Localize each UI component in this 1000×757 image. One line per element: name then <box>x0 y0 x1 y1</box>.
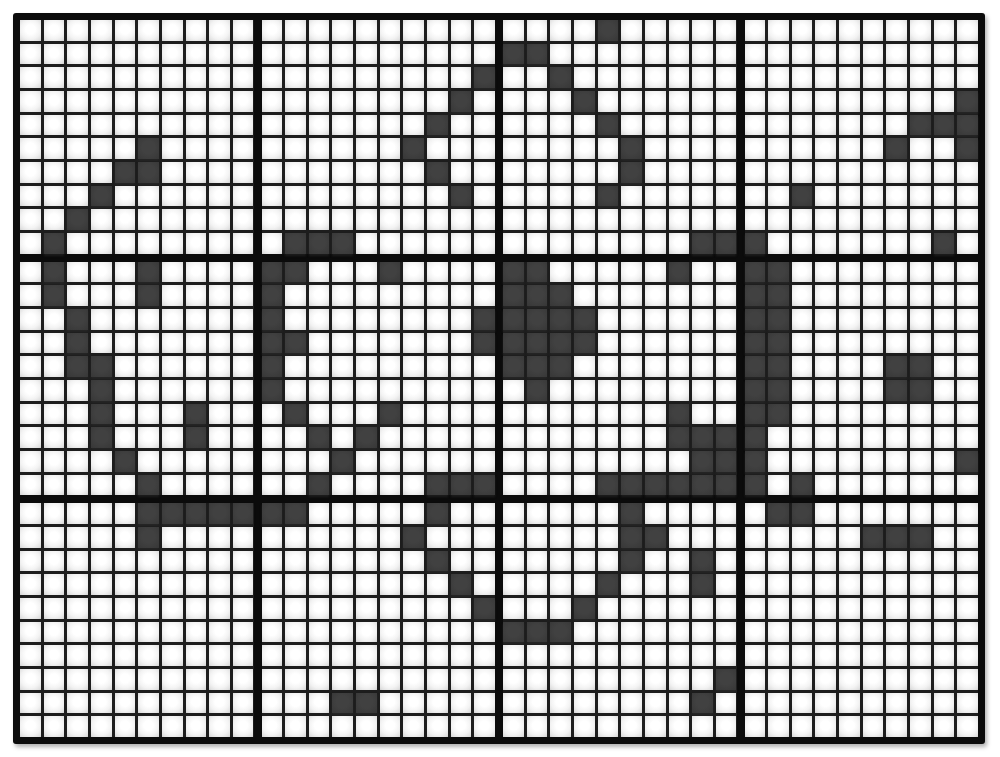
empty-cell <box>934 574 955 595</box>
empty-cell <box>356 404 377 425</box>
empty-cell <box>474 527 495 548</box>
empty-cell <box>839 451 860 472</box>
grid-block-r2c2 <box>503 503 737 737</box>
empty-cell <box>285 162 306 183</box>
empty-cell <box>356 91 377 112</box>
empty-cell <box>427 333 448 354</box>
filled-cell <box>745 451 766 472</box>
empty-cell <box>910 91 931 112</box>
empty-cell <box>598 285 619 306</box>
empty-cell <box>262 693 283 714</box>
empty-cell <box>44 20 65 41</box>
empty-cell <box>162 622 183 643</box>
empty-cell <box>503 645 524 666</box>
empty-cell <box>716 262 737 283</box>
empty-cell <box>186 380 207 401</box>
empty-cell <box>503 209 524 230</box>
empty-cell <box>332 716 353 737</box>
empty-cell <box>621 115 642 136</box>
empty-cell <box>745 91 766 112</box>
empty-cell <box>262 162 283 183</box>
empty-cell <box>815 186 836 207</box>
empty-cell <box>574 356 595 377</box>
empty-cell <box>645 285 666 306</box>
filled-cell <box>186 503 207 524</box>
empty-cell <box>550 693 571 714</box>
empty-cell <box>380 285 401 306</box>
empty-cell <box>309 115 330 136</box>
empty-cell <box>550 451 571 472</box>
empty-cell <box>863 503 884 524</box>
empty-cell <box>550 551 571 572</box>
empty-cell <box>91 574 112 595</box>
empty-cell <box>957 693 978 714</box>
empty-cell <box>669 186 690 207</box>
empty-cell <box>669 138 690 159</box>
empty-cell <box>839 20 860 41</box>
empty-cell <box>380 551 401 572</box>
empty-cell <box>574 380 595 401</box>
empty-cell <box>20 669 41 690</box>
empty-cell <box>309 67 330 88</box>
empty-cell <box>669 503 690 524</box>
empty-cell <box>20 285 41 306</box>
empty-cell <box>209 233 230 254</box>
empty-cell <box>839 262 860 283</box>
empty-cell <box>285 551 306 572</box>
filled-cell <box>692 551 713 572</box>
filled-cell <box>792 475 813 496</box>
filled-cell <box>503 356 524 377</box>
empty-cell <box>451 551 472 572</box>
filled-cell <box>716 475 737 496</box>
filled-cell <box>527 309 548 330</box>
empty-cell <box>957 162 978 183</box>
empty-cell <box>427 285 448 306</box>
empty-cell <box>427 186 448 207</box>
filled-cell <box>356 693 377 714</box>
filled-cell <box>285 333 306 354</box>
empty-cell <box>574 404 595 425</box>
empty-cell <box>451 380 472 401</box>
empty-cell <box>209 356 230 377</box>
empty-cell <box>792 91 813 112</box>
empty-cell <box>527 574 548 595</box>
empty-cell <box>262 233 283 254</box>
empty-cell <box>886 333 907 354</box>
empty-cell <box>863 44 884 65</box>
empty-cell <box>67 527 88 548</box>
empty-cell <box>67 44 88 65</box>
empty-cell <box>621 20 642 41</box>
empty-cell <box>550 475 571 496</box>
empty-cell <box>957 716 978 737</box>
empty-cell <box>20 551 41 572</box>
empty-cell <box>550 20 571 41</box>
empty-cell <box>91 309 112 330</box>
empty-cell <box>138 427 159 448</box>
empty-cell <box>863 427 884 448</box>
empty-cell <box>645 233 666 254</box>
empty-cell <box>527 404 548 425</box>
empty-cell <box>745 574 766 595</box>
empty-cell <box>332 162 353 183</box>
empty-cell <box>162 20 183 41</box>
empty-cell <box>792 380 813 401</box>
empty-cell <box>574 209 595 230</box>
empty-cell <box>356 645 377 666</box>
empty-cell <box>645 162 666 183</box>
empty-cell <box>115 138 136 159</box>
empty-cell <box>380 44 401 65</box>
empty-cell <box>233 716 254 737</box>
empty-cell <box>67 404 88 425</box>
empty-cell <box>138 44 159 65</box>
empty-cell <box>233 262 254 283</box>
empty-cell <box>957 503 978 524</box>
empty-cell <box>138 451 159 472</box>
empty-cell <box>262 67 283 88</box>
empty-cell <box>403 551 424 572</box>
empty-cell <box>839 115 860 136</box>
empty-cell <box>574 503 595 524</box>
empty-cell <box>934 285 955 306</box>
empty-cell <box>91 503 112 524</box>
empty-cell <box>332 356 353 377</box>
empty-cell <box>574 475 595 496</box>
empty-cell <box>910 233 931 254</box>
empty-cell <box>91 262 112 283</box>
grid-block-r0c0 <box>20 20 254 254</box>
filled-cell <box>768 503 789 524</box>
empty-cell <box>309 44 330 65</box>
empty-cell <box>285 451 306 472</box>
empty-cell <box>527 527 548 548</box>
empty-cell <box>285 309 306 330</box>
empty-cell <box>20 115 41 136</box>
empty-cell <box>356 138 377 159</box>
empty-cell <box>309 20 330 41</box>
filled-cell <box>527 333 548 354</box>
empty-cell <box>356 285 377 306</box>
empty-cell <box>115 380 136 401</box>
empty-cell <box>839 91 860 112</box>
empty-cell <box>356 598 377 619</box>
empty-cell <box>839 285 860 306</box>
filled-cell <box>451 186 472 207</box>
empty-cell <box>527 598 548 619</box>
empty-cell <box>380 138 401 159</box>
empty-cell <box>474 285 495 306</box>
empty-cell <box>356 20 377 41</box>
empty-cell <box>380 693 401 714</box>
grid-block-r1c0 <box>20 262 254 496</box>
empty-cell <box>209 20 230 41</box>
empty-cell <box>380 669 401 690</box>
empty-cell <box>309 669 330 690</box>
empty-cell <box>233 693 254 714</box>
empty-cell <box>427 356 448 377</box>
empty-cell <box>162 404 183 425</box>
empty-cell <box>669 44 690 65</box>
empty-cell <box>186 138 207 159</box>
filled-cell <box>768 380 789 401</box>
empty-cell <box>262 574 283 595</box>
empty-cell <box>44 91 65 112</box>
empty-cell <box>692 716 713 737</box>
filled-cell <box>527 380 548 401</box>
empty-cell <box>716 115 737 136</box>
empty-cell <box>792 451 813 472</box>
empty-cell <box>839 380 860 401</box>
empty-cell <box>934 669 955 690</box>
empty-cell <box>44 209 65 230</box>
empty-cell <box>934 44 955 65</box>
empty-cell <box>403 285 424 306</box>
empty-cell <box>233 551 254 572</box>
empty-cell <box>186 20 207 41</box>
empty-cell <box>91 622 112 643</box>
empty-cell <box>332 91 353 112</box>
empty-cell <box>233 645 254 666</box>
empty-cell <box>380 209 401 230</box>
empty-cell <box>669 333 690 354</box>
empty-cell <box>792 356 813 377</box>
filled-cell <box>745 262 766 283</box>
empty-cell <box>451 262 472 283</box>
empty-cell <box>474 138 495 159</box>
empty-cell <box>138 645 159 666</box>
empty-cell <box>44 669 65 690</box>
empty-cell <box>910 186 931 207</box>
empty-cell <box>957 262 978 283</box>
empty-cell <box>332 285 353 306</box>
empty-cell <box>669 356 690 377</box>
empty-cell <box>621 693 642 714</box>
filled-cell <box>262 309 283 330</box>
filled-cell <box>792 186 813 207</box>
empty-cell <box>474 44 495 65</box>
empty-cell <box>20 333 41 354</box>
empty-cell <box>863 20 884 41</box>
empty-cell <box>162 44 183 65</box>
filled-cell <box>745 404 766 425</box>
filled-cell <box>67 209 88 230</box>
empty-cell <box>669 669 690 690</box>
empty-cell <box>527 233 548 254</box>
empty-cell <box>427 44 448 65</box>
empty-cell <box>44 404 65 425</box>
filled-cell <box>886 138 907 159</box>
empty-cell <box>332 138 353 159</box>
filled-cell <box>745 333 766 354</box>
empty-cell <box>839 669 860 690</box>
empty-cell <box>863 162 884 183</box>
empty-cell <box>186 233 207 254</box>
filled-cell <box>138 138 159 159</box>
empty-cell <box>503 475 524 496</box>
empty-cell <box>162 333 183 354</box>
filled-cell <box>886 527 907 548</box>
empty-cell <box>67 451 88 472</box>
empty-cell <box>233 91 254 112</box>
empty-cell <box>598 669 619 690</box>
empty-cell <box>815 427 836 448</box>
empty-cell <box>768 67 789 88</box>
empty-cell <box>162 356 183 377</box>
filled-cell <box>67 309 88 330</box>
filled-cell <box>598 186 619 207</box>
empty-cell <box>162 645 183 666</box>
filled-cell <box>427 115 448 136</box>
empty-cell <box>815 451 836 472</box>
empty-cell <box>815 20 836 41</box>
empty-cell <box>886 622 907 643</box>
empty-cell <box>934 427 955 448</box>
empty-cell <box>645 669 666 690</box>
empty-cell <box>356 503 377 524</box>
empty-cell <box>262 598 283 619</box>
empty-cell <box>598 645 619 666</box>
empty-cell <box>768 669 789 690</box>
filled-cell <box>621 138 642 159</box>
filled-cell <box>645 475 666 496</box>
empty-cell <box>957 333 978 354</box>
empty-cell <box>67 427 88 448</box>
empty-cell <box>550 186 571 207</box>
filled-cell <box>285 262 306 283</box>
empty-cell <box>262 551 283 572</box>
empty-cell <box>162 716 183 737</box>
empty-cell <box>934 716 955 737</box>
empty-cell <box>403 20 424 41</box>
empty-cell <box>550 162 571 183</box>
empty-cell <box>934 622 955 643</box>
empty-cell <box>621 451 642 472</box>
empty-cell <box>474 551 495 572</box>
empty-cell <box>839 503 860 524</box>
empty-cell <box>162 91 183 112</box>
filled-cell <box>503 285 524 306</box>
empty-cell <box>285 44 306 65</box>
empty-cell <box>44 598 65 619</box>
empty-cell <box>285 115 306 136</box>
filled-cell <box>621 162 642 183</box>
empty-cell <box>503 669 524 690</box>
empty-cell <box>115 551 136 572</box>
empty-cell <box>474 451 495 472</box>
empty-cell <box>792 233 813 254</box>
empty-cell <box>768 209 789 230</box>
filled-cell <box>716 669 737 690</box>
empty-cell <box>768 427 789 448</box>
empty-cell <box>262 527 283 548</box>
empty-cell <box>886 645 907 666</box>
filled-cell <box>692 233 713 254</box>
empty-cell <box>503 186 524 207</box>
empty-cell <box>138 209 159 230</box>
empty-cell <box>427 309 448 330</box>
empty-cell <box>44 44 65 65</box>
empty-cell <box>474 20 495 41</box>
empty-cell <box>427 527 448 548</box>
empty-cell <box>209 285 230 306</box>
empty-cell <box>138 598 159 619</box>
empty-cell <box>451 598 472 619</box>
empty-cell <box>550 574 571 595</box>
empty-cell <box>451 503 472 524</box>
empty-cell <box>403 451 424 472</box>
empty-cell <box>332 527 353 548</box>
empty-cell <box>839 475 860 496</box>
empty-cell <box>934 162 955 183</box>
empty-cell <box>309 186 330 207</box>
empty-cell <box>162 162 183 183</box>
empty-cell <box>716 527 737 548</box>
empty-cell <box>792 20 813 41</box>
empty-cell <box>645 574 666 595</box>
empty-cell <box>886 404 907 425</box>
empty-cell <box>621 622 642 643</box>
empty-cell <box>792 622 813 643</box>
empty-cell <box>380 162 401 183</box>
empty-cell <box>285 527 306 548</box>
empty-cell <box>380 233 401 254</box>
empty-cell <box>815 574 836 595</box>
empty-cell <box>815 356 836 377</box>
empty-cell <box>598 404 619 425</box>
empty-cell <box>186 551 207 572</box>
empty-cell <box>356 451 377 472</box>
empty-cell <box>186 162 207 183</box>
empty-cell <box>839 309 860 330</box>
empty-cell <box>574 138 595 159</box>
filled-cell <box>550 622 571 643</box>
empty-cell <box>115 44 136 65</box>
empty-cell <box>427 233 448 254</box>
empty-cell <box>186 527 207 548</box>
empty-cell <box>20 598 41 619</box>
empty-cell <box>115 622 136 643</box>
grid-block-r0c2 <box>503 20 737 254</box>
filled-cell <box>621 475 642 496</box>
filled-cell <box>527 262 548 283</box>
empty-cell <box>550 262 571 283</box>
empty-cell <box>957 209 978 230</box>
empty-cell <box>886 162 907 183</box>
empty-cell <box>138 91 159 112</box>
empty-cell <box>768 551 789 572</box>
empty-cell <box>332 262 353 283</box>
filled-cell <box>186 427 207 448</box>
empty-cell <box>957 551 978 572</box>
empty-cell <box>621 404 642 425</box>
empty-cell <box>645 693 666 714</box>
empty-cell <box>332 20 353 41</box>
empty-cell <box>138 551 159 572</box>
empty-cell <box>20 162 41 183</box>
empty-cell <box>44 451 65 472</box>
filled-cell <box>621 503 642 524</box>
filled-cell <box>309 233 330 254</box>
empty-cell <box>67 598 88 619</box>
empty-cell <box>20 209 41 230</box>
empty-cell <box>669 115 690 136</box>
empty-cell <box>669 551 690 572</box>
empty-cell <box>332 186 353 207</box>
empty-cell <box>474 209 495 230</box>
empty-cell <box>380 622 401 643</box>
